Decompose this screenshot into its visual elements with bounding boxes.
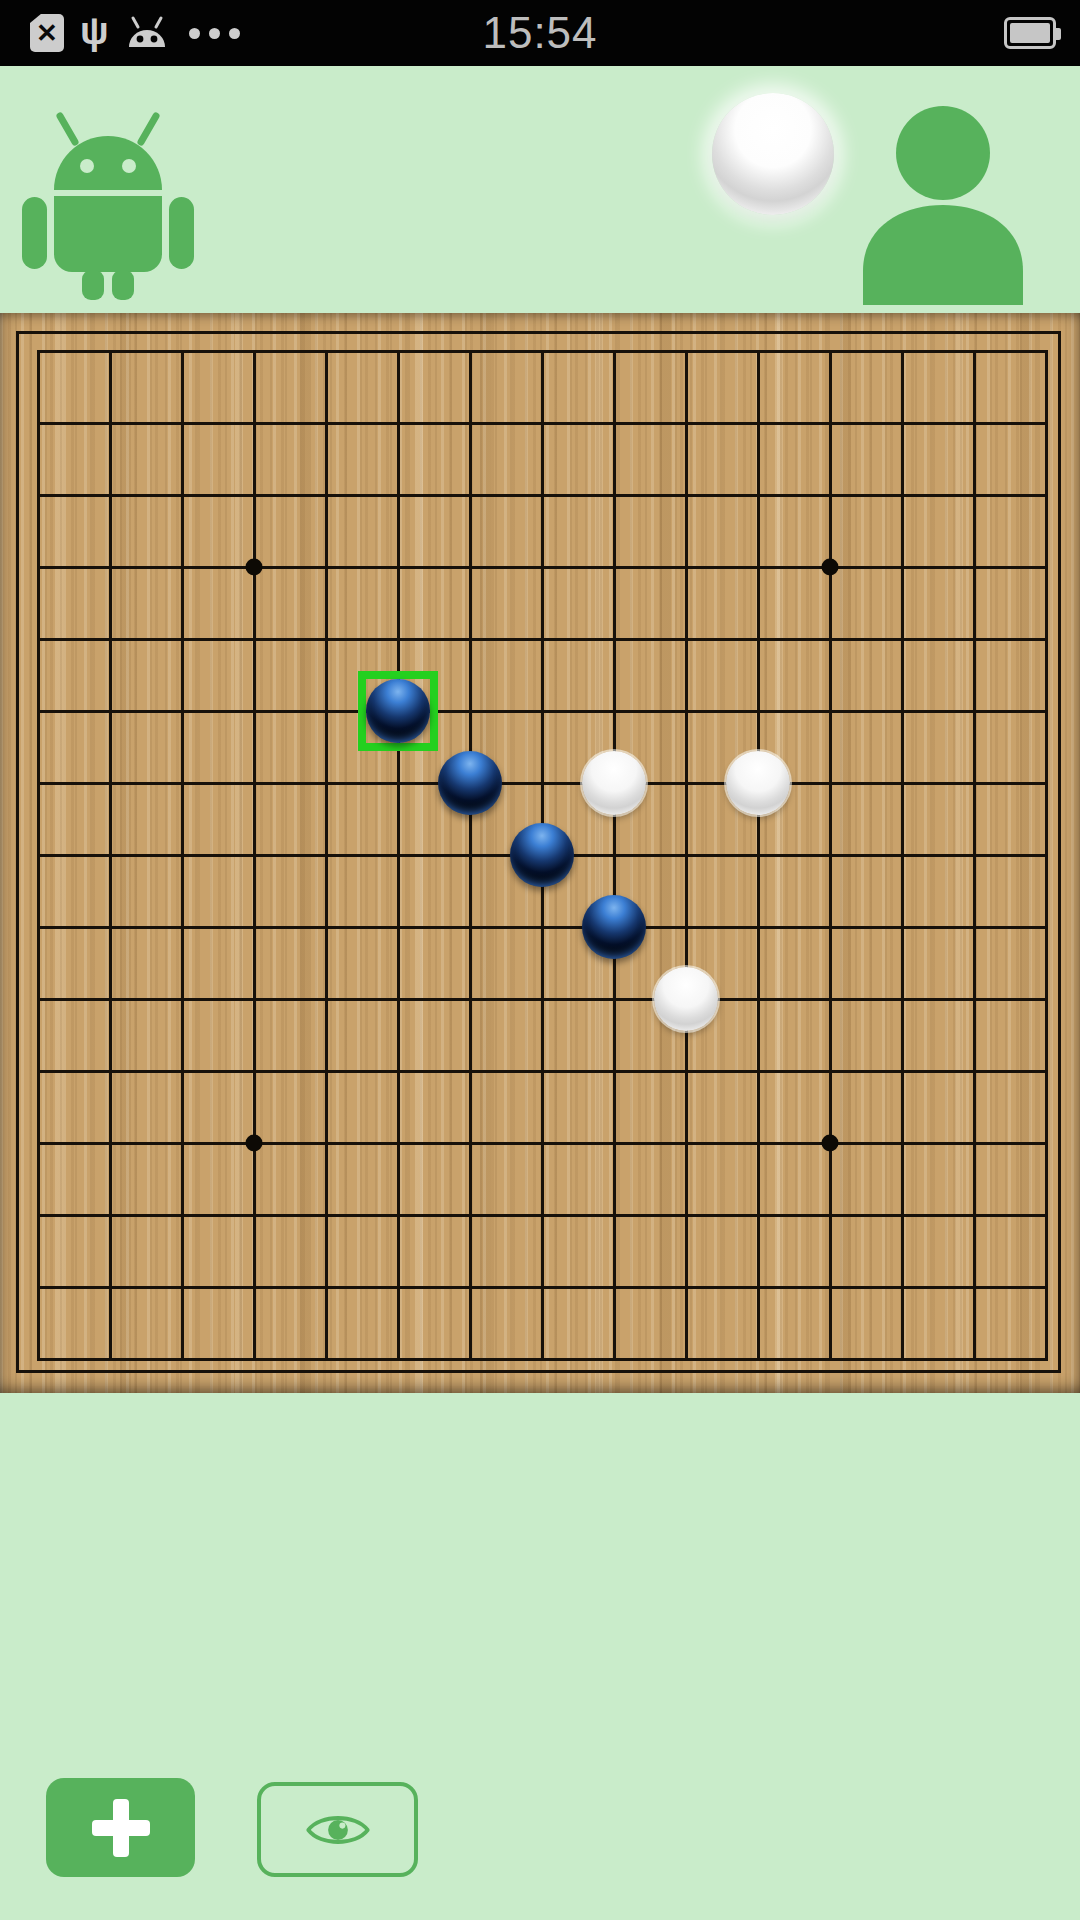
gomoku-board[interactable] [0,313,1080,1393]
black-stone [510,823,574,887]
status-bar: ✕ ψ 15:54 [0,0,1080,66]
white-stone [726,751,790,815]
grid-line-v [757,350,760,1361]
grid-line-h [37,1070,1048,1073]
white-turn-stone [712,93,834,215]
footer-bar [0,1393,1080,1920]
person-icon [855,105,1031,305]
white-stone [582,751,646,815]
star-point [246,559,263,576]
grid-line-v [829,350,832,1361]
grid-line-h [37,1358,1048,1361]
player-header [0,66,1080,313]
new-game-button[interactable] [46,1778,195,1877]
grid-line-v [613,350,616,1361]
grid-line-h [37,926,1048,929]
grid-line-h [37,998,1048,1001]
black-stone [582,895,646,959]
battery-icon [1004,17,1056,49]
grid-line-v [973,350,976,1361]
black-stone [366,679,430,743]
star-point [246,1135,263,1152]
white-stone [654,967,718,1031]
star-point [822,559,839,576]
grid-line-v [901,350,904,1361]
black-stone [438,751,502,815]
clock: 15:54 [0,0,1080,66]
grid-line-h [37,1286,1048,1289]
android-robot-icon [8,94,208,306]
star-point [822,1135,839,1152]
grid-line-h [37,1142,1048,1145]
grid-line-v [685,350,688,1361]
hint-button[interactable] [257,1782,418,1877]
eye-icon [305,1809,371,1851]
grid-line-v [1045,350,1048,1361]
grid-line-h [37,1214,1048,1217]
